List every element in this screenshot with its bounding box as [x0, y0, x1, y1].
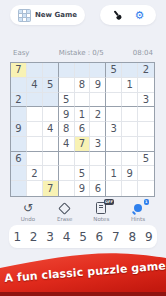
- sudoku-cell-r2c9[interactable]: [138, 78, 154, 93]
- undo-icon: ↺: [23, 202, 33, 214]
- sudoku-cell-r1c4[interactable]: [59, 63, 75, 78]
- numpad-8[interactable]: 8: [128, 230, 136, 244]
- timer: 08:04: [133, 49, 153, 57]
- numpad-3[interactable]: 3: [46, 230, 54, 244]
- sudoku-cell-r1c7[interactable]: 5: [106, 63, 122, 78]
- sudoku-cell-r5c5[interactable]: 6: [75, 122, 91, 137]
- sudoku-cell-r8c7[interactable]: 1: [106, 166, 122, 181]
- sudoku-cell-r8c9[interactable]: [138, 166, 154, 181]
- undo-button[interactable]: ↺ Undo: [12, 202, 44, 222]
- toolbar: ↺ Undo Erase OFF Notes 1 Hints: [12, 202, 154, 222]
- erase-label: Erase: [57, 216, 72, 222]
- new-game-label: New Game: [35, 11, 77, 19]
- sudoku-cell-r7c3[interactable]: [43, 152, 59, 167]
- numpad-9[interactable]: 9: [145, 230, 153, 244]
- numpad-5[interactable]: 5: [79, 230, 87, 244]
- sudoku-cell-r9c6[interactable]: 6: [90, 181, 106, 196]
- mistakes-counter: Mistake : 0/5: [59, 49, 104, 57]
- numpad-1[interactable]: 1: [13, 230, 21, 244]
- sudoku-cell-r6c6[interactable]: 3: [90, 137, 106, 152]
- sudoku-cell-r3c8[interactable]: [122, 93, 138, 108]
- sudoku-cell-r2c5[interactable]: 8: [75, 78, 91, 93]
- sudoku-cell-r7c5[interactable]: [75, 152, 91, 167]
- sudoku-cell-r7c1[interactable]: 6: [11, 152, 27, 167]
- sudoku-cell-r3c7[interactable]: [106, 93, 122, 108]
- notes-button[interactable]: OFF Notes: [85, 202, 117, 222]
- hints-label: Hints: [131, 216, 145, 222]
- sudoku-cell-r1c1[interactable]: 7: [11, 63, 27, 78]
- sudoku-cell-r8c5[interactable]: 5: [75, 166, 91, 181]
- sudoku-cell-r5c8[interactable]: [122, 122, 138, 137]
- sudoku-cell-r1c9[interactable]: 2: [138, 63, 154, 78]
- sudoku-cell-r1c3[interactable]: [43, 63, 59, 78]
- sudoku-cell-r3c4[interactable]: 5: [59, 93, 75, 108]
- paintbrush-theme-icon[interactable]: [109, 7, 124, 22]
- sudoku-cell-r4c6[interactable]: 2: [90, 107, 106, 122]
- sudoku-cell-r6c2[interactable]: [27, 137, 43, 152]
- sudoku-cell-r1c6[interactable]: [90, 63, 106, 78]
- sudoku-cell-r8c3[interactable]: [43, 166, 59, 181]
- sudoku-cell-r5c9[interactable]: [138, 122, 154, 137]
- hints-count-badge: 1: [144, 199, 149, 205]
- numpad-2[interactable]: 2: [30, 230, 38, 244]
- sudoku-cell-r2c1[interactable]: [11, 78, 27, 93]
- numpad-4[interactable]: 4: [63, 230, 71, 244]
- sudoku-cell-r7c2[interactable]: [27, 152, 43, 167]
- sudoku-app: New Game ⚙ Easy Mistake : 0/5 08:04 7524…: [0, 0, 166, 296]
- notes-label: Notes: [93, 216, 109, 222]
- sudoku-cell-r6c9[interactable]: [138, 137, 154, 152]
- sudoku-cell-r3c1[interactable]: 2: [11, 93, 27, 108]
- sudoku-cell-r1c8[interactable]: [122, 63, 138, 78]
- header-icon-group: ⚙: [100, 5, 156, 25]
- sudoku-cell-r2c6[interactable]: 9: [90, 78, 106, 93]
- sudoku-cell-r2c4[interactable]: [59, 78, 75, 93]
- notes-off-badge: OFF: [104, 199, 115, 205]
- sudoku-cell-r8c1[interactable]: [11, 166, 27, 181]
- sudoku-cell-r5c7[interactable]: 3: [106, 122, 122, 137]
- new-game-button[interactable]: New Game: [10, 5, 85, 25]
- sudoku-cell-r9c9[interactable]: [138, 181, 154, 196]
- sudoku-cell-r7c7[interactable]: [106, 152, 122, 167]
- sudoku-cell-r9c2[interactable]: [27, 181, 43, 196]
- settings-gear-icon[interactable]: ⚙: [134, 10, 144, 21]
- sudoku-cell-r9c1[interactable]: [11, 181, 27, 196]
- sudoku-cell-r4c1[interactable]: [11, 107, 27, 122]
- sudoku-cell-r4c9[interactable]: [138, 107, 154, 122]
- banner-bottom-strip: [0, 292, 166, 296]
- sudoku-cell-r9c5[interactable]: 9: [75, 181, 91, 196]
- sudoku-cell-r1c5[interactable]: [75, 63, 91, 78]
- sudoku-cell-r7c4[interactable]: [59, 152, 75, 167]
- sudoku-cell-r7c9[interactable]: 5: [138, 152, 154, 167]
- hints-button[interactable]: 1 Hints: [122, 202, 154, 222]
- sudoku-cell-r2c8[interactable]: 1: [122, 78, 138, 93]
- status-bar: Easy Mistake : 0/5 08:04: [13, 49, 153, 57]
- sudoku-cell-r7c6[interactable]: [90, 152, 106, 167]
- numpad: 123456789: [9, 225, 157, 248]
- sudoku-cell-r4c3[interactable]: [43, 107, 59, 122]
- difficulty-label: Easy: [13, 49, 30, 57]
- header: New Game ⚙: [10, 5, 156, 25]
- sudoku-cell-r8c2[interactable]: 2: [27, 166, 43, 181]
- sudoku-cell-r7c8[interactable]: [122, 152, 138, 167]
- sudoku-cell-r9c7[interactable]: [106, 181, 122, 196]
- sudoku-cell-r6c1[interactable]: [11, 137, 27, 152]
- sudoku-cell-r3c9[interactable]: 3: [138, 93, 154, 108]
- eraser-icon: [58, 202, 71, 215]
- sudoku-cell-r4c8[interactable]: [122, 107, 138, 122]
- sudoku-cell-r2c3[interactable]: 5: [43, 78, 59, 93]
- sudoku-cell-r5c2[interactable]: [27, 122, 43, 137]
- sudoku-cell-r4c7[interactable]: [106, 107, 122, 122]
- sudoku-cell-r3c5[interactable]: [75, 93, 91, 108]
- sudoku-cell-r8c4[interactable]: [59, 166, 75, 181]
- sudoku-cell-r4c4[interactable]: 9: [59, 107, 75, 122]
- sudoku-cell-r3c2[interactable]: [27, 93, 43, 108]
- sudoku-cell-r9c8[interactable]: [122, 181, 138, 196]
- sudoku-cell-r3c6[interactable]: [90, 93, 106, 108]
- sudoku-cell-r5c1[interactable]: 9: [11, 122, 27, 137]
- numpad-7[interactable]: 7: [112, 230, 120, 244]
- sudoku-cell-r8c8[interactable]: 9: [122, 166, 138, 181]
- erase-button[interactable]: Erase: [49, 202, 81, 222]
- sudoku-cell-r4c5[interactable]: 1: [75, 107, 91, 122]
- hint-icon: [134, 204, 142, 212]
- sudoku-cell-r6c8[interactable]: [122, 137, 138, 152]
- sudoku-cell-r5c4[interactable]: 8: [59, 122, 75, 137]
- sudoku-cell-r3c3[interactable]: [43, 93, 59, 108]
- sudoku-cell-r5c3[interactable]: 4: [43, 122, 59, 137]
- sudoku-cell-r6c7[interactable]: [106, 137, 122, 152]
- sudoku-cell-r5c6[interactable]: [90, 122, 106, 137]
- sudoku-cell-r1c2[interactable]: [27, 63, 43, 78]
- sudoku-cell-r8c6[interactable]: [90, 166, 106, 181]
- sudoku-cell-r2c2[interactable]: 4: [27, 78, 43, 93]
- sudoku-cell-r6c3[interactable]: [43, 137, 59, 152]
- sudoku-cell-r9c4[interactable]: [59, 181, 75, 196]
- sudoku-grid: 7524589125391294863473652519796: [10, 62, 155, 197]
- sudoku-grid-icon: [18, 9, 31, 22]
- sudoku-cell-r9c3[interactable]: 7: [43, 181, 59, 196]
- sudoku-cell-r6c4[interactable]: 4: [59, 137, 75, 152]
- sudoku-cell-r4c2[interactable]: [27, 107, 43, 122]
- sudoku-cell-r2c7[interactable]: [106, 78, 122, 93]
- numpad-6[interactable]: 6: [96, 230, 104, 244]
- sudoku-cell-r6c5[interactable]: 7: [75, 137, 91, 152]
- ad-banner[interactable]: A fun classic puzzle game: [0, 251, 166, 296]
- undo-label: Undo: [21, 216, 35, 222]
